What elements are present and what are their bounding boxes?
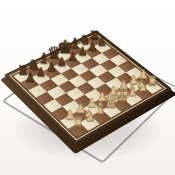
piece-black-knight: ♞ [79,33,91,46]
chess-set-product-photo: ♜♞♝♛♚♝♞♜♟♟♟♟♟♟♟♟♟♟♟♟♟♟♟♟♜♞♝♛♚♝♞♜ [0,0,175,175]
chess-board: ♜♞♝♛♚♝♞♜♟♟♟♟♟♟♟♟♟♟♟♟♟♟♟♟♜♞♝♛♚♝♞♜ [4,30,172,145]
square-e5 [79,70,97,82]
square-d7: ♟ [53,62,71,74]
piece-black-pawn: ♟ [35,66,46,78]
piece-white-rook: ♜ [72,116,85,130]
piece-black-pawn: ♟ [87,41,97,52]
square-d6 [61,68,79,80]
stage: ♜♞♝♛♚♝♞♜♟♟♟♟♟♟♟♟♟♟♟♟♟♟♟♟♜♞♝♛♚♝♞♜ [0,0,175,175]
square-h4 [117,61,135,73]
piece-black-bishop: ♝ [68,37,81,51]
square-g5 [99,59,117,71]
piece-black-pawn: ♟ [46,61,57,73]
square-h5 [109,54,127,66]
square-f7: ♟ [74,52,92,64]
square-c8: ♝ [35,60,53,72]
piece-black-pawn: ♟ [77,46,87,57]
piece-black-pawn: ♟ [67,51,77,63]
square-e7: ♟ [63,57,81,69]
square-e6 [71,63,89,75]
square-f6 [81,58,99,70]
square-g8: ♞ [76,40,93,51]
piece-black-pawn: ♟ [97,36,107,47]
square-c7: ♟ [42,67,60,79]
square-g6 [91,53,109,65]
square-g4 [107,66,125,78]
square-e8: ♚ [56,50,74,61]
piece-black-knight: ♞ [27,58,39,72]
square-f5 [89,64,107,76]
piece-black-pawn: ♟ [24,72,35,84]
square-f8: ♝ [66,45,84,56]
square-h8: ♜ [86,36,103,47]
square-h7: ♟ [93,42,111,53]
piece-black-queen: ♛ [47,45,62,61]
piece-black-rook: ♜ [89,29,100,41]
square-h6 [101,48,119,59]
square-d8: ♛ [46,55,64,67]
piece-black-pawn: ♟ [57,56,67,68]
piece-black-bishop: ♝ [37,51,50,66]
piece-black-king: ♚ [57,38,73,56]
square-g7: ♟ [84,47,102,58]
